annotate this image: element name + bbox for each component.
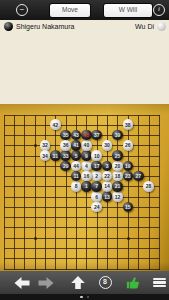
stone-28: 28: [143, 181, 154, 192]
stone-17: 17: [91, 161, 102, 172]
thumbs-up-button[interactable]: [123, 275, 141, 290]
stone-24: 24: [91, 202, 102, 213]
stone-7: 7: [91, 181, 102, 192]
stone-1: 1: [81, 181, 92, 192]
white-player-name: Wu Di: [132, 23, 157, 30]
app-screen: − Move W Will i Shigeru Nakamura Wu Di 1…: [0, 0, 169, 300]
stone-35: 35: [60, 130, 71, 141]
back-arrow-button[interactable]: [12, 276, 32, 290]
stone-29: 29: [60, 161, 71, 172]
grid-line: [4, 269, 160, 270]
grid-line: [24, 115, 25, 270]
page-indicator: [0, 294, 169, 300]
black-player-name: Shigeru Nakamura: [13, 23, 77, 30]
stone-14: 14: [102, 181, 113, 192]
stone-6: 6: [91, 191, 102, 202]
move-number-button[interactable]: 8: [97, 276, 113, 289]
stone-38: 38: [123, 119, 134, 130]
up-arrow-button[interactable]: [68, 275, 88, 290]
stone-41: 41: [71, 140, 82, 151]
stone-27: 27: [133, 171, 144, 182]
board[interactable]: 1234567891011121314151617181920212223242…: [0, 104, 169, 272]
stone-20: 20: [112, 161, 123, 172]
minus-circle-button[interactable]: −: [16, 4, 28, 16]
stone-45: 45: [81, 130, 92, 141]
grid-line: [4, 227, 160, 228]
stone-44: 44: [71, 161, 82, 172]
stone-23: 23: [123, 171, 134, 182]
info-icon[interactable]: i: [153, 4, 165, 16]
grid-line: [138, 115, 139, 270]
grid-line: [35, 115, 36, 270]
stone-36: 36: [60, 140, 71, 151]
stone-40: 40: [81, 140, 92, 151]
stone-4: 4: [81, 161, 92, 172]
stone-9: 9: [81, 150, 92, 161]
stone-43: 43: [71, 130, 82, 141]
move-button[interactable]: Move: [49, 3, 91, 18]
arrow-up-icon: [70, 275, 86, 290]
stone-25: 25: [112, 150, 123, 161]
stone-12: 12: [112, 191, 123, 202]
white-stone-icon: [157, 22, 166, 31]
grid-line: [4, 258, 160, 259]
stone-31: 31: [50, 150, 61, 161]
page-dot-1[interactable]: [80, 296, 82, 298]
star-point: [34, 237, 37, 240]
grid-line: [45, 115, 46, 270]
stone-13: 13: [102, 191, 113, 202]
black-stone-icon: [4, 22, 13, 31]
star-point: [34, 144, 37, 147]
star-point: [127, 237, 130, 240]
top-nav-bar: − Move W Will i: [0, 0, 169, 20]
stone-16: 16: [81, 171, 92, 182]
stone-3: 3: [102, 161, 113, 172]
grid-line: [128, 115, 129, 270]
grid-line: [4, 207, 160, 208]
stone-42: 42: [50, 119, 61, 130]
stone-19: 19: [123, 161, 134, 172]
stone-22: 22: [102, 171, 113, 182]
player-bar: Shigeru Nakamura Wu Di: [0, 20, 169, 33]
stone-39: 39: [112, 130, 123, 141]
grid-line: [159, 115, 160, 270]
stone-21: 21: [112, 181, 123, 192]
stone-18: 18: [112, 171, 123, 182]
stone-33: 33: [60, 150, 71, 161]
stone-8: 8: [71, 181, 82, 192]
stone-10: 10: [91, 150, 102, 161]
stone-37: 37: [91, 130, 102, 141]
grid-line: [4, 217, 160, 218]
grid-line: [4, 115, 160, 116]
page-dot-2[interactable]: [87, 296, 89, 298]
grid-line: [4, 248, 160, 249]
grid-line: [149, 115, 150, 270]
grid-line: [4, 238, 160, 239]
stone-11: 11: [71, 171, 82, 182]
stone-34: 34: [40, 150, 51, 161]
move-counter: 8: [99, 276, 112, 289]
thumbs-up-icon: [125, 275, 140, 290]
grid-line: [14, 115, 15, 270]
forward-arrow-button[interactable]: [36, 276, 56, 290]
stone-2: 2: [91, 171, 102, 182]
w-will-button[interactable]: W Will: [103, 3, 153, 18]
grid-line: [4, 115, 5, 270]
stone-15: 15: [123, 202, 134, 213]
arrow-left-icon: [13, 276, 31, 290]
arrow-right-icon: [37, 276, 55, 290]
grid-line: [55, 115, 56, 270]
grid-line: [4, 125, 160, 126]
stone-32: 32: [40, 140, 51, 151]
stone-5: 5: [71, 150, 82, 161]
bottom-toolbar: 8: [0, 271, 169, 294]
stone-30: 30: [102, 140, 113, 151]
stone-26: 26: [123, 140, 134, 151]
grid-line: [4, 197, 160, 198]
hamburger-icon: [153, 278, 166, 288]
menu-button[interactable]: [150, 278, 168, 288]
